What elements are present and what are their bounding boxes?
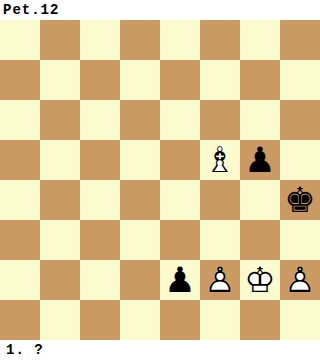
square-g2[interactable]: ♚♔ [240, 260, 280, 300]
chess-board: ♝♗♟♚♟♟♙♚♔♟♙ [0, 20, 320, 340]
square-e8[interactable] [160, 20, 200, 60]
square-e4[interactable] [160, 180, 200, 220]
square-g1[interactable] [240, 300, 280, 340]
piece-black-pawn[interactable]: ♟ [160, 260, 200, 300]
square-h2[interactable]: ♟♙ [280, 260, 320, 300]
square-d2[interactable] [120, 260, 160, 300]
square-e6[interactable] [160, 100, 200, 140]
square-c2[interactable] [80, 260, 120, 300]
square-b6[interactable] [40, 100, 80, 140]
square-c1[interactable] [80, 300, 120, 340]
square-h5[interactable] [280, 140, 320, 180]
square-b7[interactable] [40, 60, 80, 100]
square-c3[interactable] [80, 220, 120, 260]
move-prompt: 1. ? [6, 342, 44, 358]
piece-white-bishop[interactable]: ♝♗ [200, 140, 240, 180]
square-a8[interactable] [0, 20, 40, 60]
square-g7[interactable] [240, 60, 280, 100]
square-f5[interactable]: ♝♗ [200, 140, 240, 180]
square-f2[interactable]: ♟♙ [200, 260, 240, 300]
black-pawn-glyph: ♟ [160, 260, 200, 300]
square-f7[interactable] [200, 60, 240, 100]
square-c4[interactable] [80, 180, 120, 220]
black-pawn-glyph: ♟ [240, 140, 280, 180]
square-f1[interactable] [200, 300, 240, 340]
square-e3[interactable] [160, 220, 200, 260]
square-d4[interactable] [120, 180, 160, 220]
white-king-glyph: ♔ [240, 260, 280, 300]
square-c8[interactable] [80, 20, 120, 60]
square-e2[interactable]: ♟ [160, 260, 200, 300]
square-a3[interactable] [0, 220, 40, 260]
square-b2[interactable] [40, 260, 80, 300]
square-d5[interactable] [120, 140, 160, 180]
square-f4[interactable] [200, 180, 240, 220]
square-h3[interactable] [280, 220, 320, 260]
square-a6[interactable] [0, 100, 40, 140]
square-d8[interactable] [120, 20, 160, 60]
square-b3[interactable] [40, 220, 80, 260]
square-e5[interactable] [160, 140, 200, 180]
square-g8[interactable] [240, 20, 280, 60]
square-f3[interactable] [200, 220, 240, 260]
square-a4[interactable] [0, 180, 40, 220]
square-e7[interactable] [160, 60, 200, 100]
square-d6[interactable] [120, 100, 160, 140]
square-a2[interactable] [0, 260, 40, 300]
square-g6[interactable] [240, 100, 280, 140]
white-pawn-glyph: ♙ [200, 260, 240, 300]
square-h1[interactable] [280, 300, 320, 340]
square-b8[interactable] [40, 20, 80, 60]
square-d7[interactable] [120, 60, 160, 100]
square-b5[interactable] [40, 140, 80, 180]
piece-white-pawn[interactable]: ♟♙ [200, 260, 240, 300]
white-pawn-glyph: ♙ [280, 260, 320, 300]
square-c5[interactable] [80, 140, 120, 180]
diagram-title: Pet.12 [3, 2, 59, 18]
square-h7[interactable] [280, 60, 320, 100]
piece-white-pawn[interactable]: ♟♙ [280, 260, 320, 300]
square-h8[interactable] [280, 20, 320, 60]
square-b1[interactable] [40, 300, 80, 340]
piece-black-king[interactable]: ♚ [280, 180, 320, 220]
square-a1[interactable] [0, 300, 40, 340]
black-king-glyph: ♚ [280, 180, 320, 220]
square-d1[interactable] [120, 300, 160, 340]
square-d3[interactable] [120, 220, 160, 260]
square-h6[interactable] [280, 100, 320, 140]
square-f6[interactable] [200, 100, 240, 140]
square-g3[interactable] [240, 220, 280, 260]
square-c6[interactable] [80, 100, 120, 140]
square-c7[interactable] [80, 60, 120, 100]
square-a7[interactable] [0, 60, 40, 100]
square-f8[interactable] [200, 20, 240, 60]
piece-white-king[interactable]: ♚♔ [240, 260, 280, 300]
square-b4[interactable] [40, 180, 80, 220]
square-e1[interactable] [160, 300, 200, 340]
square-g4[interactable] [240, 180, 280, 220]
piece-black-pawn[interactable]: ♟ [240, 140, 280, 180]
square-g5[interactable]: ♟ [240, 140, 280, 180]
square-h4[interactable]: ♚ [280, 180, 320, 220]
square-a5[interactable] [0, 140, 40, 180]
white-bishop-glyph: ♗ [200, 140, 240, 180]
